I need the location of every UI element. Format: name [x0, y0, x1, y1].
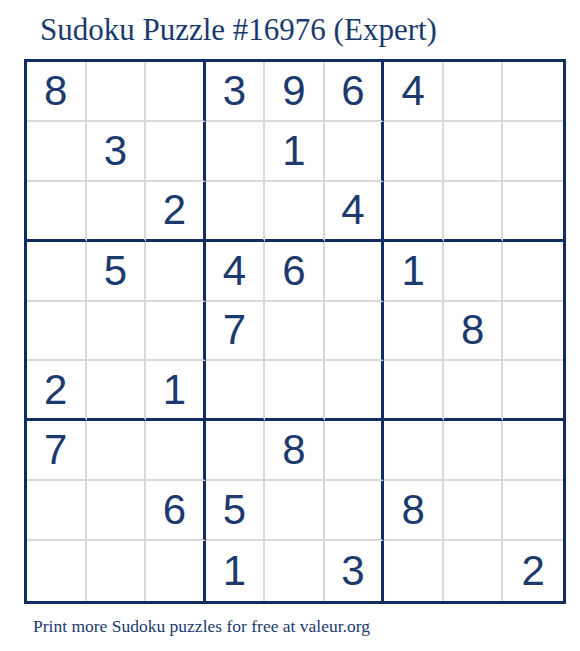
cell-r7c5: 8	[265, 421, 325, 481]
cell-r2c4	[206, 122, 266, 182]
cell-r1c4: 3	[206, 62, 266, 122]
cell-r8c5	[265, 481, 325, 541]
cell-r8c2	[87, 481, 147, 541]
cell-r4c2: 5	[87, 242, 147, 302]
sudoku-page: Sudoku Puzzle #16976 (Expert) 8396431245…	[0, 0, 580, 651]
cell-r1c1: 8	[27, 62, 87, 122]
cell-r5c5	[265, 302, 325, 362]
cell-r3c5	[265, 182, 325, 242]
cell-r6c9	[503, 361, 563, 421]
cell-r5c8: 8	[444, 302, 504, 362]
cell-r3c6: 4	[325, 182, 385, 242]
cell-r7c1: 7	[27, 421, 87, 481]
cell-r4c9	[503, 242, 563, 302]
cell-r2c7	[384, 122, 444, 182]
cell-r5c1	[27, 302, 87, 362]
cell-r3c3: 2	[146, 182, 206, 242]
cell-r7c2	[87, 421, 147, 481]
cell-r4c5: 6	[265, 242, 325, 302]
cell-r5c6	[325, 302, 385, 362]
cell-r1c3	[146, 62, 206, 122]
cell-r1c9	[503, 62, 563, 122]
cell-r1c8	[444, 62, 504, 122]
cell-r2c6	[325, 122, 385, 182]
cell-r6c6	[325, 361, 385, 421]
cell-r9c7	[384, 541, 444, 601]
cell-r3c1	[27, 182, 87, 242]
page-title: Sudoku Puzzle #16976 (Expert)	[40, 12, 437, 48]
cell-r9c3	[146, 541, 206, 601]
cell-r4c8	[444, 242, 504, 302]
cell-r5c3	[146, 302, 206, 362]
cell-r6c4	[206, 361, 266, 421]
cell-r8c3: 6	[146, 481, 206, 541]
cell-r3c8	[444, 182, 504, 242]
cell-r5c7	[384, 302, 444, 362]
cell-r6c5	[265, 361, 325, 421]
cell-r9c5	[265, 541, 325, 601]
cell-r6c1: 2	[27, 361, 87, 421]
cell-r1c6: 6	[325, 62, 385, 122]
cell-r6c2	[87, 361, 147, 421]
cell-r6c8	[444, 361, 504, 421]
cell-r9c2	[87, 541, 147, 601]
cell-r7c3	[146, 421, 206, 481]
cell-r3c2	[87, 182, 147, 242]
cell-r9c8	[444, 541, 504, 601]
cell-r7c9	[503, 421, 563, 481]
cell-r8c7: 8	[384, 481, 444, 541]
cell-r4c7: 1	[384, 242, 444, 302]
cell-r1c7: 4	[384, 62, 444, 122]
cell-r7c4	[206, 421, 266, 481]
cell-r9c9: 2	[503, 541, 563, 601]
footer-text: Print more Sudoku puzzles for free at va…	[33, 616, 370, 637]
cell-r2c2: 3	[87, 122, 147, 182]
cell-r8c6	[325, 481, 385, 541]
cell-r5c9	[503, 302, 563, 362]
cell-r4c3	[146, 242, 206, 302]
sudoku-board: 8396431245461782178658132	[24, 59, 566, 604]
cell-r5c2	[87, 302, 147, 362]
cell-r9c1	[27, 541, 87, 601]
cell-r6c3: 1	[146, 361, 206, 421]
cell-r3c4	[206, 182, 266, 242]
cell-r2c8	[444, 122, 504, 182]
cell-r2c3	[146, 122, 206, 182]
cell-r4c6	[325, 242, 385, 302]
cell-r9c4: 1	[206, 541, 266, 601]
cell-r7c7	[384, 421, 444, 481]
cell-r2c1	[27, 122, 87, 182]
cell-r7c8	[444, 421, 504, 481]
cell-r6c7	[384, 361, 444, 421]
cell-r1c5: 9	[265, 62, 325, 122]
cell-r7c6	[325, 421, 385, 481]
cell-r2c9	[503, 122, 563, 182]
cell-r1c2	[87, 62, 147, 122]
cell-r8c1	[27, 481, 87, 541]
cell-r4c4: 4	[206, 242, 266, 302]
cell-r8c9	[503, 481, 563, 541]
cell-r5c4: 7	[206, 302, 266, 362]
cell-r8c8	[444, 481, 504, 541]
cell-r3c7	[384, 182, 444, 242]
cell-r2c5: 1	[265, 122, 325, 182]
cell-r9c6: 3	[325, 541, 385, 601]
cell-r3c9	[503, 182, 563, 242]
cell-r8c4: 5	[206, 481, 266, 541]
cell-r4c1	[27, 242, 87, 302]
